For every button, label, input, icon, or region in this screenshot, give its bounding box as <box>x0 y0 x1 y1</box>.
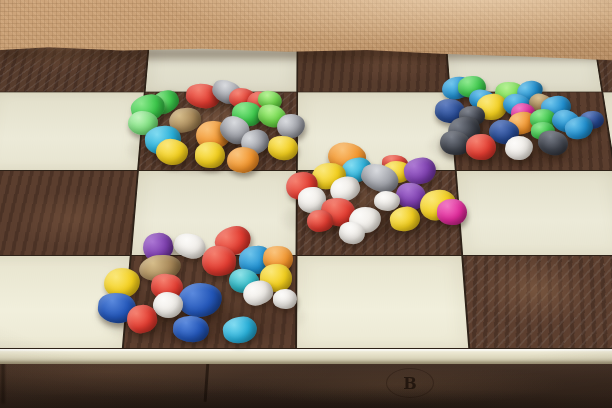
pebble-stone-magenta <box>437 199 467 225</box>
photo-stage: B <box>0 0 612 408</box>
pebble-stone-red <box>466 134 496 160</box>
pebble-stone-white <box>153 292 183 318</box>
pebble-stone-white <box>374 191 400 211</box>
pebble-stone-yellow <box>195 142 225 168</box>
pebble-stone-white <box>273 289 297 309</box>
pebble-stone-red <box>307 210 333 232</box>
